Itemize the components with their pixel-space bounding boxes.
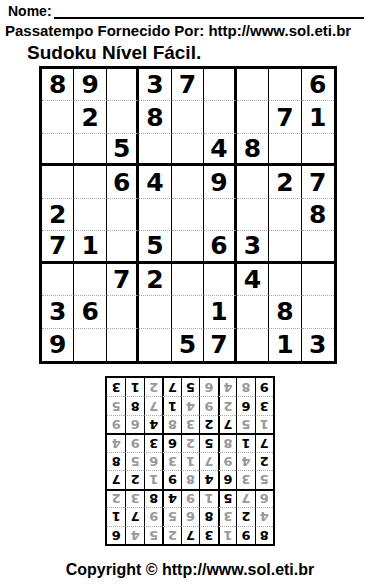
- solution-cell-r3c4: 1: [199, 489, 217, 507]
- puzzle-cell-r1c2: 9: [74, 69, 106, 101]
- puzzle-cell-r2c6[interactable]: [204, 101, 236, 133]
- puzzle-cell-r5c9: 8: [302, 199, 334, 231]
- solution-cell-r2c3: 3: [218, 507, 236, 525]
- solution-cell-r9c9: 3: [107, 378, 125, 396]
- puzzle-cell-r4c3: 6: [107, 166, 139, 198]
- solution-cell-r4c2: 3: [236, 470, 254, 488]
- puzzle-cell-r6c5[interactable]: [172, 231, 204, 263]
- name-label: Nome:: [8, 4, 52, 19]
- solution-cell-r5c1: 2: [255, 452, 273, 470]
- solution-cell-r3c2: 7: [236, 489, 254, 507]
- puzzle-cell-r1c5: 7: [172, 69, 204, 101]
- solution-cell-r9c6: 7: [162, 378, 180, 396]
- puzzle-cell-r7c1[interactable]: [42, 264, 74, 296]
- solution-cell-r5c9: 8: [107, 452, 125, 470]
- puzzle-cell-r4c9: 7: [302, 166, 334, 198]
- puzzle-cell-r6c8[interactable]: [269, 231, 301, 263]
- puzzle-cell-r5c8[interactable]: [269, 199, 301, 231]
- solution-cell-r9c5: 5: [181, 378, 199, 396]
- puzzle-cell-r1c6[interactable]: [204, 69, 236, 101]
- solution-cell-r9c2: 8: [236, 378, 254, 396]
- solution-cell-r6c3: 8: [218, 433, 236, 451]
- copyright-line: Copyright © http://www.sol.eti.br: [0, 560, 380, 579]
- puzzle-cell-r5c5[interactable]: [172, 199, 204, 231]
- solution-cell-r7c4: 2: [199, 415, 217, 433]
- solution-cell-r7c1: 1: [255, 415, 273, 433]
- puzzle-cell-r8c6: 1: [204, 296, 236, 328]
- puzzle-cell-r4c6: 9: [204, 166, 236, 198]
- name-blank-line: [54, 4, 364, 19]
- solution-cell-r6c9: 4: [107, 433, 125, 451]
- solution-cell-r1c7: 5: [144, 526, 162, 544]
- solution-cell-r3c8: 3: [125, 489, 143, 507]
- solution-cell-r4c3: 6: [218, 470, 236, 488]
- solution-cell-r8c5: 4: [181, 396, 199, 414]
- puzzle-cell-r3c9[interactable]: [302, 134, 334, 166]
- puzzle-cell-r8c9[interactable]: [302, 296, 334, 328]
- puzzle-cell-r6c7: 3: [237, 231, 269, 263]
- solution-cell-r1c9: 6: [107, 526, 125, 544]
- solution-cell-r9c4: 6: [199, 378, 217, 396]
- puzzle-cell-r4c5[interactable]: [172, 166, 204, 198]
- puzzle-cell-r1c3[interactable]: [107, 69, 139, 101]
- solution-cell-r3c7: 8: [144, 489, 162, 507]
- puzzle-cell-r2c2: 2: [74, 101, 106, 133]
- solution-cell-r4c4: 4: [199, 470, 217, 488]
- puzzle-cell-r5c7[interactable]: [237, 199, 269, 231]
- puzzle-cell-r4c7[interactable]: [237, 166, 269, 198]
- solution-cell-r1c8: 4: [125, 526, 143, 544]
- puzzle-cell-r7c7: 4: [237, 264, 269, 296]
- solution-cell-r3c3: 5: [218, 489, 236, 507]
- solution-cell-r2c7: 9: [144, 507, 162, 525]
- solution-cell-r5c3: 9: [218, 452, 236, 470]
- solution-cell-r8c6: 1: [162, 396, 180, 414]
- puzzle-cell-r5c6[interactable]: [204, 199, 236, 231]
- solution-cell-r9c8: 1: [125, 378, 143, 396]
- solution-cell-r8c9: 5: [107, 396, 125, 414]
- puzzle-cell-r7c9[interactable]: [302, 264, 334, 296]
- page: Nome: Passatempo Fornecido Por: http://w…: [0, 0, 380, 585]
- solution-cell-r9c3: 4: [218, 378, 236, 396]
- solution-cell-r7c7: 4: [144, 415, 162, 433]
- solution-cell-r4c9: 7: [107, 470, 125, 488]
- puzzle-cell-r9c2[interactable]: [74, 329, 106, 361]
- puzzle-cell-r4c4: 4: [139, 166, 171, 198]
- solution-cell-r6c4: 5: [199, 433, 217, 451]
- solution-cell-r1c3: 1: [218, 526, 236, 544]
- puzzle-cell-r8c2: 6: [74, 296, 106, 328]
- puzzle-cell-r6c6: 6: [204, 231, 236, 263]
- puzzle-cell-r6c3[interactable]: [107, 231, 139, 263]
- puzzle-cell-r2c5[interactable]: [172, 101, 204, 133]
- puzzle-cell-r8c5[interactable]: [172, 296, 204, 328]
- provider-line: Passatempo Fornecido Por: http://www.sol…: [0, 19, 380, 40]
- puzzle-cell-r3c8[interactable]: [269, 134, 301, 166]
- puzzle-cell-r7c2[interactable]: [74, 264, 106, 296]
- solution-cell-r7c6: 8: [162, 415, 180, 433]
- solution-cell-r7c2: 5: [236, 415, 254, 433]
- puzzle-cell-r2c7[interactable]: [237, 101, 269, 133]
- puzzle-cell-r3c3: 5: [107, 134, 139, 166]
- puzzle-cell-r7c8[interactable]: [269, 264, 301, 296]
- solution-cell-r9c7: 2: [144, 378, 162, 396]
- puzzle-cell-r9c1: 9: [42, 329, 74, 361]
- puzzle-cell-r2c1[interactable]: [42, 101, 74, 133]
- puzzle-cell-r6c4: 5: [139, 231, 171, 263]
- puzzle-cell-r1c7[interactable]: [237, 69, 269, 101]
- solution-cell-r2c1: 4: [255, 507, 273, 525]
- puzzle-cell-r3c1[interactable]: [42, 134, 74, 166]
- puzzle-cell-r9c4[interactable]: [139, 329, 171, 361]
- solution-cell-r9c1: 9: [255, 378, 273, 396]
- puzzle-cell-r2c8: 7: [269, 101, 301, 133]
- puzzle-cell-r6c2: 1: [74, 231, 106, 263]
- puzzle-cell-r1c8[interactable]: [269, 69, 301, 101]
- solution-cell-r6c7: 3: [144, 433, 162, 451]
- solution-cell-r6c1: 7: [255, 433, 273, 451]
- solution-grid: 8913725464238659716751948325364891272497…: [105, 376, 275, 546]
- puzzle-cell-r7c5[interactable]: [172, 264, 204, 296]
- solution-cell-r8c8: 8: [125, 396, 143, 414]
- puzzle-cell-r7c6[interactable]: [204, 264, 236, 296]
- puzzle-cell-r8c8: 8: [269, 296, 301, 328]
- solution-cell-r7c9: 9: [107, 415, 125, 433]
- solution-cell-r4c6: 9: [162, 470, 180, 488]
- puzzle-cell-r5c2[interactable]: [74, 199, 106, 231]
- page-title: Sudoku Nível Fácil.: [0, 40, 380, 64]
- puzzle-cell-r3c2[interactable]: [74, 134, 106, 166]
- puzzle-cell-r1c1: 8: [42, 69, 74, 101]
- solution-cell-r3c5: 9: [181, 489, 199, 507]
- solution-cell-r1c5: 7: [181, 526, 199, 544]
- solution-cell-r5c7: 6: [144, 452, 162, 470]
- puzzle-cell-r3c4[interactable]: [139, 134, 171, 166]
- puzzle-cell-r9c3[interactable]: [107, 329, 139, 361]
- solution-cell-r4c5: 8: [181, 470, 199, 488]
- solution-cell-r6c6: 6: [162, 433, 180, 451]
- solution-cell-r7c8: 6: [125, 415, 143, 433]
- solution-cell-r8c4: 9: [199, 396, 217, 414]
- puzzle-cell-r5c3[interactable]: [107, 199, 139, 231]
- puzzle-cell-r8c4[interactable]: [139, 296, 171, 328]
- solution-cell-r5c5: 1: [181, 452, 199, 470]
- solution-cell-r8c3: 2: [218, 396, 236, 414]
- puzzle-cell-r2c3[interactable]: [107, 101, 139, 133]
- puzzle-cell-r7c4: 2: [139, 264, 171, 296]
- solution-cell-r8c7: 7: [144, 396, 162, 414]
- solution-cell-r4c8: 2: [125, 470, 143, 488]
- solution-cell-r8c1: 3: [255, 396, 273, 414]
- solution-cell-r5c6: 3: [162, 452, 180, 470]
- solution-cell-r2c9: 1: [107, 507, 125, 525]
- puzzle-cell-r2c9: 1: [302, 101, 334, 133]
- puzzle-cell-r6c9[interactable]: [302, 231, 334, 263]
- solution-cell-r1c6: 2: [162, 526, 180, 544]
- puzzle-cell-r9c9: 3: [302, 329, 334, 361]
- puzzle-cell-r3c6: 4: [204, 134, 236, 166]
- solution-cell-r1c1: 8: [255, 526, 273, 544]
- puzzle-cell-r8c7[interactable]: [237, 296, 269, 328]
- solution-cell-r5c2: 4: [236, 452, 254, 470]
- solution-cell-r2c5: 6: [181, 507, 199, 525]
- solution-cell-r5c8: 5: [125, 452, 143, 470]
- solution-cell-r8c2: 6: [236, 396, 254, 414]
- solution-cell-r3c1: 6: [255, 489, 273, 507]
- solution-cell-r1c2: 9: [236, 526, 254, 544]
- puzzle-cell-r1c4: 3: [139, 69, 171, 101]
- solution-cell-r3c6: 4: [162, 489, 180, 507]
- puzzle-cell-r1c9: 6: [302, 69, 334, 101]
- solution-cell-r6c5: 2: [181, 433, 199, 451]
- puzzle-cell-r3c5[interactable]: [172, 134, 204, 166]
- puzzle-cell-r3c7: 8: [237, 134, 269, 166]
- puzzle-cell-r4c2[interactable]: [74, 166, 106, 198]
- puzzle-cell-r9c8: 1: [269, 329, 301, 361]
- puzzle-cell-r4c8: 2: [269, 166, 301, 198]
- solution-cell-r1c4: 3: [199, 526, 217, 544]
- solution-cell-r5c4: 7: [199, 452, 217, 470]
- solution-cell-r6c2: 1: [236, 433, 254, 451]
- solution-cell-r2c8: 7: [125, 507, 143, 525]
- puzzle-cell-r8c1: 3: [42, 296, 74, 328]
- puzzle-cell-r5c4[interactable]: [139, 199, 171, 231]
- puzzle-cell-r9c5: 5: [172, 329, 204, 361]
- solution-cell-r2c2: 2: [236, 507, 254, 525]
- puzzle-cell-r2c4: 8: [139, 101, 171, 133]
- puzzle-cell-r4c1[interactable]: [42, 166, 74, 198]
- solution-cell-r7c5: 3: [181, 415, 199, 433]
- solution-cell-r4c1: 5: [255, 470, 273, 488]
- puzzle-cell-r6c1: 7: [42, 231, 74, 263]
- puzzle-cell-r5c1: 2: [42, 199, 74, 231]
- puzzle-grid: 893762871548649272871563724361895713: [39, 66, 337, 364]
- puzzle-cell-r9c7[interactable]: [237, 329, 269, 361]
- solution-cell-r2c4: 8: [199, 507, 217, 525]
- solution-cell-r2c6: 5: [162, 507, 180, 525]
- name-row: Nome:: [0, 0, 380, 19]
- solution-cell-r3c9: 2: [107, 489, 125, 507]
- puzzle-cell-r8c3[interactable]: [107, 296, 139, 328]
- puzzle-cell-r7c3: 7: [107, 264, 139, 296]
- solution-cell-r6c8: 9: [125, 433, 143, 451]
- puzzle-cell-r9c6: 7: [204, 329, 236, 361]
- solution-cell-r7c3: 7: [218, 415, 236, 433]
- solution-cell-r4c7: 1: [144, 470, 162, 488]
